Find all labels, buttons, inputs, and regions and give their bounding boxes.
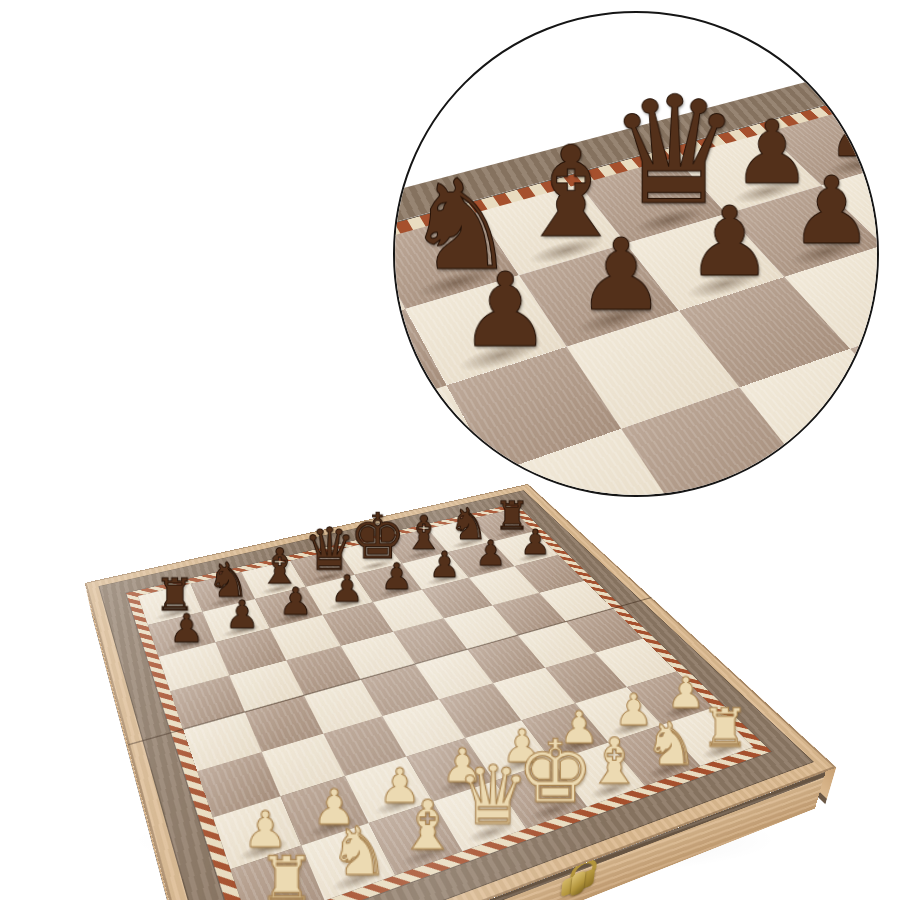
- black-pawn-a7: ♟: [169, 609, 204, 648]
- detail-inset-circle: ♜♞♝♛♟♟♟♟♟♟: [393, 11, 879, 497]
- black-pawn-e7: ♟: [380, 558, 413, 594]
- inset-black-pawn: ♟: [686, 194, 772, 290]
- inset-black-pawn: ♟: [790, 164, 874, 257]
- folding-chess-board: ♜♞♝♛♚♝♞♜♟♟♟♟♟♟♟♟♟♟♟♟♟♟♟♟♜♞♝♛♚♝♞♜: [85, 484, 837, 900]
- white-rook-h1: ♜: [701, 701, 749, 755]
- white-bishop-f1: ♝: [586, 731, 643, 794]
- black-pawn-g7: ♟: [475, 536, 506, 571]
- inset-black-pawn: ♟: [459, 259, 551, 362]
- inset-scene: ♜♞♝♛♟♟♟♟♟♟: [395, 13, 877, 495]
- inset-black-rook: ♜: [393, 204, 397, 323]
- white-knight-g1: ♞: [644, 714, 697, 774]
- black-pawn-d7: ♟: [331, 570, 364, 607]
- black-pawn-f7: ♟: [429, 547, 461, 583]
- white-bishop-c1: ♝: [397, 792, 458, 860]
- black-pawn-c7: ♟: [279, 583, 313, 621]
- black-pawn-h7: ♟: [520, 525, 551, 559]
- white-queen-d1: ♛: [457, 756, 530, 837]
- white-pawn-h2: ♟: [667, 671, 705, 714]
- black-pawn-b7: ♟: [225, 595, 259, 633]
- inset-black-pawn: ♟: [577, 226, 666, 325]
- white-rook-a1: ♜: [258, 847, 315, 900]
- white-knight-b1: ♞: [329, 818, 389, 885]
